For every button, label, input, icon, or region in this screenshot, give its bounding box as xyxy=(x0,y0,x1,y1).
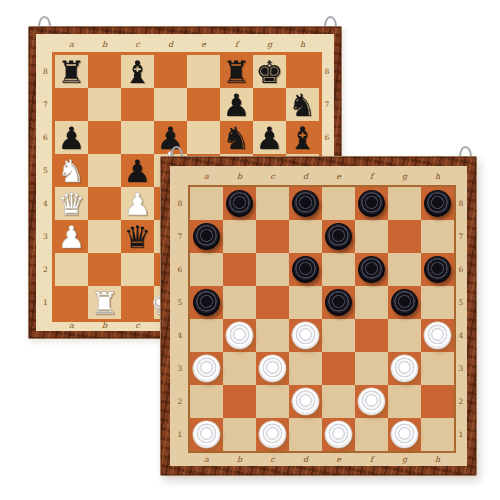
coordinate-label: 8 xyxy=(459,199,464,208)
square-b3[interactable] xyxy=(223,352,256,385)
white-checker-h4[interactable] xyxy=(424,322,451,349)
coordinate-label: 7 xyxy=(459,232,464,241)
black-pawn-f7[interactable]: ♟ xyxy=(220,88,253,121)
checkers-board: abcdefgh abcdefgh 87654321 87654321 xyxy=(160,156,477,476)
white-pawn-c4[interactable]: ♟ xyxy=(121,187,154,220)
black-pawn-a6[interactable]: ♟ xyxy=(55,121,88,154)
checkers-rank-labels-left: 87654321 xyxy=(170,187,190,451)
white-checker-g3[interactable] xyxy=(391,355,418,382)
square-e6[interactable] xyxy=(187,121,220,154)
square-b5[interactable] xyxy=(88,154,121,187)
square-c4[interactable] xyxy=(256,319,289,352)
white-rook-b1[interactable]: ♜ xyxy=(88,286,121,319)
coordinate-label: 2 xyxy=(178,397,183,406)
coordinate-label: 4 xyxy=(459,331,464,340)
square-h3[interactable] xyxy=(421,352,454,385)
coordinate-label: c xyxy=(270,455,274,464)
coordinate-label: e xyxy=(336,455,341,464)
coordinate-label: e xyxy=(201,40,206,49)
white-checker-c1[interactable] xyxy=(259,421,286,448)
square-h5[interactable] xyxy=(421,286,454,319)
square-c6[interactable] xyxy=(121,121,154,154)
square-g6[interactable] xyxy=(388,253,421,286)
coordinate-label: b xyxy=(237,172,242,181)
coordinate-label: 6 xyxy=(43,133,48,142)
square-d7[interactable] xyxy=(289,220,322,253)
white-queen-a4[interactable]: ♛ xyxy=(55,187,88,220)
chess-file-labels-top: abcdefgh xyxy=(55,34,319,55)
white-checker-d2[interactable] xyxy=(292,388,319,415)
square-b4[interactable] xyxy=(88,187,121,220)
checkers-file-labels-bottom: abcdefgh xyxy=(190,451,454,467)
coordinate-label: 8 xyxy=(43,67,48,76)
coordinate-label: 6 xyxy=(325,133,330,142)
square-a6[interactable] xyxy=(190,253,223,286)
square-b6[interactable] xyxy=(88,121,121,154)
chess-rank-labels-left: 87654321 xyxy=(36,55,55,319)
square-a7[interactable] xyxy=(55,88,88,121)
square-e3[interactable] xyxy=(322,352,355,385)
square-b6[interactable] xyxy=(223,253,256,286)
black-bishop-h6[interactable]: ♝ xyxy=(286,121,319,154)
coordinate-label: 2 xyxy=(459,397,464,406)
square-c6[interactable] xyxy=(256,253,289,286)
coordinate-label: b xyxy=(102,40,107,49)
coordinate-label: 7 xyxy=(325,100,330,109)
coordinate-label: 4 xyxy=(178,331,183,340)
coordinate-label: a xyxy=(69,40,74,49)
white-checker-c3[interactable] xyxy=(259,355,286,382)
coordinate-label: a xyxy=(204,455,209,464)
square-g7[interactable] xyxy=(253,88,286,121)
white-checker-b4[interactable] xyxy=(226,322,253,349)
square-b8[interactable] xyxy=(88,55,121,88)
coordinate-label: 7 xyxy=(178,232,183,241)
square-f1[interactable] xyxy=(355,418,388,451)
white-pawn-a3[interactable]: ♟ xyxy=(55,220,88,253)
square-e2[interactable] xyxy=(322,385,355,418)
coordinate-label: 3 xyxy=(43,232,48,241)
black-checker-e7[interactable] xyxy=(325,223,352,250)
square-c7[interactable] xyxy=(121,88,154,121)
square-d5[interactable] xyxy=(289,286,322,319)
square-e7[interactable] xyxy=(187,88,220,121)
coordinate-label: c xyxy=(135,321,139,330)
black-checker-d6[interactable] xyxy=(292,256,319,283)
black-knight-f6[interactable]: ♞ xyxy=(220,121,253,154)
coordinate-label: 1 xyxy=(459,430,464,439)
square-c8[interactable] xyxy=(256,187,289,220)
black-checker-e5[interactable] xyxy=(325,289,352,316)
square-c2[interactable] xyxy=(121,253,154,286)
coordinate-label: 1 xyxy=(178,430,183,439)
coordinate-label: g xyxy=(402,172,407,181)
coordinate-label: 6 xyxy=(178,265,183,274)
square-d8[interactable] xyxy=(154,55,187,88)
coordinate-label: g xyxy=(267,40,272,49)
square-g4[interactable] xyxy=(388,319,421,352)
coordinate-label: d xyxy=(303,172,308,181)
coordinate-label: a xyxy=(204,172,209,181)
black-rook-a8[interactable]: ♜ xyxy=(55,55,88,88)
square-g7[interactable] xyxy=(388,220,421,253)
coordinate-label: g xyxy=(402,455,407,464)
white-checker-d4[interactable] xyxy=(292,322,319,349)
square-b7[interactable] xyxy=(223,220,256,253)
white-checker-g1[interactable] xyxy=(391,421,418,448)
square-d1[interactable] xyxy=(289,418,322,451)
checkers-file-labels-top: abcdefgh xyxy=(190,166,454,187)
square-c5[interactable] xyxy=(256,286,289,319)
square-b2[interactable] xyxy=(88,253,121,286)
square-b7[interactable] xyxy=(88,88,121,121)
coordinate-label: 5 xyxy=(43,166,48,175)
white-checker-e1[interactable] xyxy=(325,421,352,448)
square-d3[interactable] xyxy=(289,352,322,385)
coordinate-label: 3 xyxy=(178,364,183,373)
coordinate-label: 4 xyxy=(43,199,48,208)
black-knight-h7[interactable]: ♞ xyxy=(286,88,319,121)
square-a8[interactable] xyxy=(190,187,223,220)
square-g8[interactable] xyxy=(388,187,421,220)
coordinate-label: d xyxy=(303,455,308,464)
coordinate-label: f xyxy=(235,40,238,49)
coordinate-label: d xyxy=(168,40,173,49)
coordinate-label: b xyxy=(237,455,242,464)
square-b2[interactable] xyxy=(223,385,256,418)
square-h7[interactable] xyxy=(421,220,454,253)
square-e8[interactable] xyxy=(322,187,355,220)
black-pawn-c5[interactable]: ♟ xyxy=(121,154,154,187)
square-c2[interactable] xyxy=(256,385,289,418)
coordinate-label: 8 xyxy=(178,199,183,208)
black-checker-a5[interactable] xyxy=(193,289,220,316)
square-f7[interactable] xyxy=(355,220,388,253)
square-f5[interactable] xyxy=(355,286,388,319)
coordinate-label: a xyxy=(69,321,74,330)
white-checker-a3[interactable] xyxy=(193,355,220,382)
square-h2[interactable] xyxy=(421,385,454,418)
coordinate-label: 7 xyxy=(43,100,48,109)
square-b5[interactable] xyxy=(223,286,256,319)
white-checker-a1[interactable] xyxy=(193,421,220,448)
square-b1[interactable] xyxy=(223,418,256,451)
black-king-g8[interactable]: ♚ xyxy=(253,55,286,88)
black-checker-f8[interactable] xyxy=(358,190,385,217)
black-bishop-c8[interactable]: ♝ xyxy=(121,55,154,88)
square-b3[interactable] xyxy=(88,220,121,253)
coordinate-label: 5 xyxy=(459,298,464,307)
white-checker-f2[interactable] xyxy=(358,388,385,415)
coordinate-label: 5 xyxy=(178,298,183,307)
black-checker-g5[interactable] xyxy=(391,289,418,316)
coordinate-label: b xyxy=(102,321,107,330)
square-e6[interactable] xyxy=(322,253,355,286)
coordinate-label: h xyxy=(300,40,305,49)
square-c7[interactable] xyxy=(256,220,289,253)
black-checker-h8[interactable] xyxy=(424,190,451,217)
square-f3[interactable] xyxy=(355,352,388,385)
square-d7[interactable] xyxy=(154,88,187,121)
coordinate-label: f xyxy=(370,172,373,181)
black-pawn-g6[interactable]: ♟ xyxy=(253,121,286,154)
white-knight-a5[interactable]: ♞ xyxy=(55,154,88,187)
square-a2[interactable] xyxy=(190,385,223,418)
coordinate-label: h xyxy=(435,455,440,464)
black-checker-d8[interactable] xyxy=(292,190,319,217)
square-a1[interactable] xyxy=(55,286,88,319)
square-e8[interactable] xyxy=(187,55,220,88)
black-checker-h6[interactable] xyxy=(424,256,451,283)
coordinate-label: f xyxy=(370,455,373,464)
coordinate-label: e xyxy=(336,172,341,181)
black-checker-a7[interactable] xyxy=(193,223,220,250)
black-checker-b8[interactable] xyxy=(226,190,253,217)
coordinate-label: 8 xyxy=(325,67,330,76)
coordinate-label: c xyxy=(270,172,274,181)
coordinate-label: h xyxy=(435,172,440,181)
coordinate-label: 3 xyxy=(459,364,464,373)
coordinate-label: 2 xyxy=(43,265,48,274)
square-h1[interactable] xyxy=(421,418,454,451)
square-f4[interactable] xyxy=(355,319,388,352)
square-g2[interactable] xyxy=(388,385,421,418)
square-h8[interactable] xyxy=(286,55,319,88)
checkers-rank-labels-right: 87654321 xyxy=(454,187,468,451)
coordinate-label: c xyxy=(135,40,139,49)
black-queen-c3[interactable]: ♛ xyxy=(121,220,154,253)
square-a2[interactable] xyxy=(55,253,88,286)
coordinate-label: 6 xyxy=(459,265,464,274)
checkers-grid xyxy=(190,187,454,451)
square-a4[interactable] xyxy=(190,319,223,352)
black-rook-f8[interactable]: ♜ xyxy=(220,55,253,88)
square-e4[interactable] xyxy=(322,319,355,352)
coordinate-label: 1 xyxy=(43,298,48,307)
black-checker-f6[interactable] xyxy=(358,256,385,283)
